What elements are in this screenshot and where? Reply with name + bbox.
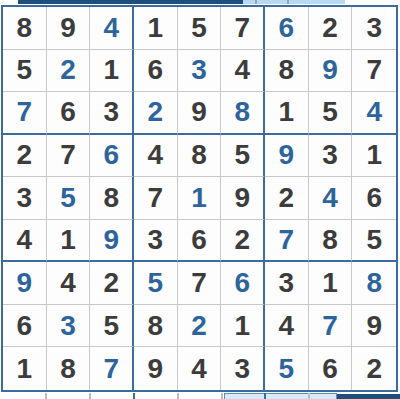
cell-r7c1[interactable]: 9 bbox=[3, 262, 47, 305]
entered-digit: 6 bbox=[103, 141, 119, 169]
entered-digit: 2 bbox=[60, 56, 76, 84]
entered-digit: 9 bbox=[17, 269, 33, 297]
cell-r3c6[interactable]: 8 bbox=[221, 92, 265, 135]
cell-r4c6[interactable]: 5 bbox=[221, 135, 265, 178]
cell-r5c4[interactable]: 7 bbox=[134, 177, 178, 220]
cell-r2c5[interactable]: 3 bbox=[178, 50, 222, 93]
cell-r6c2[interactable]: 1 bbox=[47, 220, 91, 263]
cell-r8c9[interactable]: 9 bbox=[352, 305, 396, 348]
cell-r3c3[interactable]: 3 bbox=[90, 92, 134, 135]
given-digit: 6 bbox=[17, 312, 33, 340]
cell-r9c2[interactable]: 8 bbox=[47, 347, 91, 390]
given-digit: 5 bbox=[366, 226, 382, 254]
cell-r8c8[interactable]: 7 bbox=[309, 305, 353, 348]
cell-r1c5[interactable]: 5 bbox=[178, 7, 222, 50]
bottom-grid-tick bbox=[177, 393, 179, 399]
cell-r6c6[interactable]: 2 bbox=[221, 220, 265, 263]
entered-digit: 1 bbox=[191, 184, 207, 212]
cell-r5c2[interactable]: 5 bbox=[47, 177, 91, 220]
cell-r9c6[interactable]: 3 bbox=[221, 347, 265, 390]
cell-r9c7[interactable]: 5 bbox=[265, 347, 309, 390]
cell-r5c9[interactable]: 6 bbox=[352, 177, 396, 220]
cell-r2c1[interactable]: 5 bbox=[3, 50, 47, 93]
cell-r5c5[interactable]: 1 bbox=[178, 177, 222, 220]
given-digit: 3 bbox=[322, 141, 338, 169]
cell-r6c9[interactable]: 5 bbox=[352, 220, 396, 263]
bottom-grid-tick bbox=[45, 393, 47, 399]
given-digit: 9 bbox=[191, 98, 207, 126]
entered-digit: 5 bbox=[279, 355, 295, 383]
given-digit: 1 bbox=[17, 355, 33, 383]
cell-r9c4[interactable]: 9 bbox=[134, 347, 178, 390]
given-digit: 1 bbox=[60, 226, 76, 254]
given-digit: 3 bbox=[103, 98, 119, 126]
given-digit: 7 bbox=[234, 14, 250, 42]
cell-r7c9[interactable]: 8 bbox=[352, 262, 396, 305]
cell-r8c1[interactable]: 6 bbox=[3, 305, 47, 348]
entered-digit: 4 bbox=[103, 14, 119, 42]
given-digit: 5 bbox=[103, 312, 119, 340]
entered-digit: 8 bbox=[366, 269, 382, 297]
cell-r9c3[interactable]: 7 bbox=[90, 347, 134, 390]
given-digit: 6 bbox=[60, 98, 76, 126]
entered-digit: 7 bbox=[103, 355, 119, 383]
cell-r9c8[interactable]: 6 bbox=[309, 347, 353, 390]
cell-r7c3[interactable]: 2 bbox=[90, 262, 134, 305]
cell-r6c7[interactable]: 7 bbox=[265, 220, 309, 263]
given-digit: 5 bbox=[17, 56, 33, 84]
entered-digit: 3 bbox=[60, 312, 76, 340]
sudoku-board: 8941576235216348977632981542764859313587… bbox=[1, 5, 398, 392]
cell-r5c7[interactable]: 2 bbox=[265, 177, 309, 220]
bottom-ui-fragment-navy bbox=[337, 394, 400, 399]
given-digit: 3 bbox=[279, 269, 295, 297]
cell-r3c7[interactable]: 1 bbox=[265, 92, 309, 135]
cell-r4c4[interactable]: 4 bbox=[134, 135, 178, 178]
cell-r6c3[interactable]: 9 bbox=[90, 220, 134, 263]
cell-r9c9[interactable]: 2 bbox=[352, 347, 396, 390]
given-digit: 3 bbox=[234, 355, 250, 383]
given-digit: 7 bbox=[191, 269, 207, 297]
given-digit: 9 bbox=[148, 355, 164, 383]
bottom-grid-tick bbox=[133, 393, 135, 399]
given-digit: 5 bbox=[234, 141, 250, 169]
top-toolbar-fragment bbox=[18, 0, 243, 4]
cell-r5c1[interactable]: 3 bbox=[3, 177, 47, 220]
given-digit: 2 bbox=[17, 141, 33, 169]
given-digit: 9 bbox=[234, 184, 250, 212]
given-digit: 1 bbox=[366, 141, 382, 169]
cell-r6c8[interactable]: 8 bbox=[309, 220, 353, 263]
entered-digit: 2 bbox=[191, 312, 207, 340]
entered-digit: 6 bbox=[279, 14, 295, 42]
cell-r1c7[interactable]: 6 bbox=[265, 7, 309, 50]
sudoku-screen: 8941576235216348977632981542764859313587… bbox=[0, 0, 400, 399]
entered-digit: 5 bbox=[60, 184, 76, 212]
entered-digit: 5 bbox=[148, 269, 164, 297]
cell-r4c7[interactable]: 9 bbox=[265, 135, 309, 178]
cell-r8c6[interactable]: 1 bbox=[221, 305, 265, 348]
cell-r8c5[interactable]: 2 bbox=[178, 305, 222, 348]
given-digit: 1 bbox=[148, 14, 164, 42]
given-digit: 6 bbox=[322, 355, 338, 383]
entered-digit: 7 bbox=[17, 98, 33, 126]
bottom-grid-tick bbox=[264, 393, 266, 399]
entered-digit: 7 bbox=[322, 312, 338, 340]
cell-r3c5[interactable]: 9 bbox=[178, 92, 222, 135]
bottom-grid-tick bbox=[308, 393, 310, 399]
given-digit: 1 bbox=[322, 269, 338, 297]
cell-r5c3[interactable]: 8 bbox=[90, 177, 134, 220]
cell-r6c4[interactable]: 3 bbox=[134, 220, 178, 263]
given-digit: 9 bbox=[366, 312, 382, 340]
given-digit: 6 bbox=[191, 226, 207, 254]
cell-r2c4[interactable]: 6 bbox=[134, 50, 178, 93]
cell-r9c5[interactable]: 4 bbox=[178, 347, 222, 390]
given-digit: 9 bbox=[60, 14, 76, 42]
entered-digit: 3 bbox=[191, 56, 207, 84]
given-digit: 2 bbox=[103, 269, 119, 297]
entered-digit: 9 bbox=[103, 226, 119, 254]
cell-r1c8[interactable]: 2 bbox=[309, 7, 353, 50]
cell-r3c9[interactable]: 4 bbox=[352, 92, 396, 135]
given-digit: 7 bbox=[148, 184, 164, 212]
entered-digit: 2 bbox=[148, 98, 164, 126]
cell-r7c6[interactable]: 6 bbox=[221, 262, 265, 305]
given-digit: 1 bbox=[103, 56, 119, 84]
given-digit: 8 bbox=[103, 184, 119, 212]
given-digit: 5 bbox=[191, 14, 207, 42]
cell-r6c5[interactable]: 6 bbox=[178, 220, 222, 263]
cell-r1c6[interactable]: 7 bbox=[221, 7, 265, 50]
given-digit: 8 bbox=[148, 312, 164, 340]
given-digit: 4 bbox=[191, 355, 207, 383]
given-digit: 3 bbox=[17, 184, 33, 212]
cell-r2c8[interactable]: 9 bbox=[309, 50, 353, 93]
cell-r7c7[interactable]: 3 bbox=[265, 262, 309, 305]
given-digit: 5 bbox=[322, 98, 338, 126]
entered-digit: 4 bbox=[366, 98, 382, 126]
given-digit: 6 bbox=[366, 184, 382, 212]
entered-digit: 6 bbox=[234, 269, 250, 297]
given-digit: 7 bbox=[60, 141, 76, 169]
cell-r4c5[interactable]: 8 bbox=[178, 135, 222, 178]
given-digit: 2 bbox=[366, 355, 382, 383]
given-digit: 8 bbox=[191, 141, 207, 169]
cell-r1c1[interactable]: 8 bbox=[3, 7, 47, 50]
cell-r6c1[interactable]: 4 bbox=[3, 220, 47, 263]
cell-r2c6[interactable]: 4 bbox=[221, 50, 265, 93]
entered-digit: 9 bbox=[322, 56, 338, 84]
cell-r4c8[interactable]: 3 bbox=[309, 135, 353, 178]
cell-r7c2[interactable]: 4 bbox=[47, 262, 91, 305]
bottom-grid-tick bbox=[89, 393, 91, 399]
given-digit: 4 bbox=[148, 141, 164, 169]
cell-r3c8[interactable]: 5 bbox=[309, 92, 353, 135]
cell-r2c2[interactable]: 2 bbox=[47, 50, 91, 93]
given-digit: 4 bbox=[234, 56, 250, 84]
given-digit: 8 bbox=[17, 14, 33, 42]
cell-r4c1[interactable]: 2 bbox=[3, 135, 47, 178]
cell-r1c2[interactable]: 9 bbox=[47, 7, 91, 50]
given-digit: 6 bbox=[148, 56, 164, 84]
given-digit: 1 bbox=[234, 312, 250, 340]
top-toolbar-tick bbox=[287, 0, 289, 4]
cell-r1c9[interactable]: 3 bbox=[352, 7, 396, 50]
given-digit: 4 bbox=[60, 269, 76, 297]
cell-r3c2[interactable]: 6 bbox=[47, 92, 91, 135]
given-digit: 1 bbox=[279, 98, 295, 126]
given-digit: 3 bbox=[148, 226, 164, 254]
given-digit: 2 bbox=[234, 226, 250, 254]
given-digit: 2 bbox=[279, 184, 295, 212]
cell-r8c4[interactable]: 8 bbox=[134, 305, 178, 348]
given-digit: 7 bbox=[366, 56, 382, 84]
cell-r8c3[interactable]: 5 bbox=[90, 305, 134, 348]
entered-digit: 7 bbox=[279, 226, 295, 254]
cell-r3c1[interactable]: 7 bbox=[3, 92, 47, 135]
given-digit: 8 bbox=[322, 226, 338, 254]
given-digit: 8 bbox=[60, 355, 76, 383]
cell-r1c4[interactable]: 1 bbox=[134, 7, 178, 50]
entered-digit: 9 bbox=[279, 141, 295, 169]
given-digit: 8 bbox=[279, 56, 295, 84]
given-digit: 4 bbox=[17, 226, 33, 254]
cell-r4c2[interactable]: 7 bbox=[47, 135, 91, 178]
top-toolbar-tick bbox=[255, 0, 257, 4]
cell-r7c4[interactable]: 5 bbox=[134, 262, 178, 305]
cell-r4c3[interactable]: 6 bbox=[90, 135, 134, 178]
given-digit: 3 bbox=[366, 14, 382, 42]
cell-r9c1[interactable]: 1 bbox=[3, 347, 47, 390]
given-digit: 2 bbox=[322, 14, 338, 42]
cell-r5c6[interactable]: 9 bbox=[221, 177, 265, 220]
top-toolbar-fragment-light bbox=[243, 0, 345, 4]
entered-digit: 8 bbox=[234, 98, 250, 126]
cell-r7c8[interactable]: 1 bbox=[309, 262, 353, 305]
cell-r7c5[interactable]: 7 bbox=[178, 262, 222, 305]
entered-digit: 4 bbox=[322, 184, 338, 212]
cell-r8c7[interactable]: 4 bbox=[265, 305, 309, 348]
cell-r5c8[interactable]: 4 bbox=[309, 177, 353, 220]
given-digit: 4 bbox=[279, 312, 295, 340]
cell-r4c9[interactable]: 1 bbox=[352, 135, 396, 178]
cell-r1c3[interactable]: 4 bbox=[90, 7, 134, 50]
cell-r2c9[interactable]: 7 bbox=[352, 50, 396, 93]
bottom-ui-fragment-light bbox=[224, 393, 337, 399]
cell-r3c4[interactable]: 2 bbox=[134, 92, 178, 135]
cell-r8c2[interactable]: 3 bbox=[47, 305, 91, 348]
bottom-grid-tick bbox=[221, 393, 223, 399]
cell-r2c3[interactable]: 1 bbox=[90, 50, 134, 93]
cell-r2c7[interactable]: 8 bbox=[265, 50, 309, 93]
